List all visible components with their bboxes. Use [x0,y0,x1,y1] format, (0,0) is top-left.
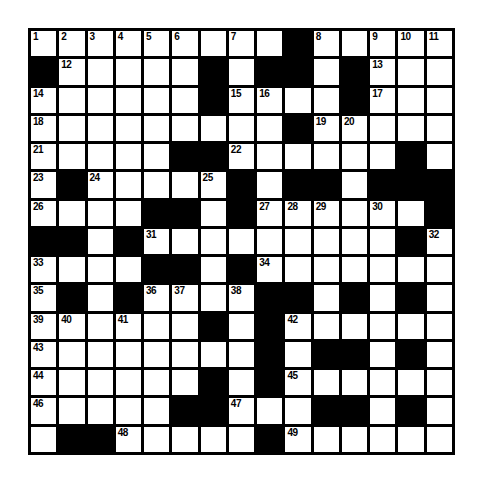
cell-r5c12[interactable] [342,144,367,169]
cell-r13c3[interactable] [88,370,113,395]
clue-number-20: 20 [344,117,354,127]
cell-r5c9[interactable] [257,144,282,169]
cell-r3c11[interactable] [314,88,339,113]
cell-r2c3[interactable] [88,59,113,84]
cell-r8c10[interactable] [285,229,310,254]
cell-r15c6[interactable] [172,427,197,452]
clue-number-26: 26 [33,202,43,212]
black-cell-r4c10 [285,116,310,141]
cell-r6c7[interactable]: 25 [201,172,226,197]
black-cell-r15c9 [257,427,282,452]
cell-r7c10[interactable]: 28 [285,201,310,226]
clue-number-27: 27 [259,202,269,212]
clue-number-32: 32 [429,230,439,240]
clue-number-2: 2 [61,32,66,42]
cell-r8c8[interactable] [229,229,254,254]
cell-r8c13[interactable] [370,229,395,254]
black-cell-r7c6 [172,201,197,226]
black-cell-r2c7 [201,59,226,84]
clue-number-33: 33 [33,258,43,268]
black-cell-r13c7 [201,370,226,395]
cell-r12c1[interactable]: 43 [31,342,56,367]
clue-number-19: 19 [316,117,326,127]
cell-r7c4[interactable] [116,201,141,226]
black-cell-r10c10 [285,285,310,310]
cell-r12c6[interactable] [172,342,197,367]
cell-r9c10[interactable] [285,257,310,282]
black-cell-r2c10 [285,59,310,84]
clue-number-7: 7 [231,32,236,42]
cell-r5c1[interactable]: 21 [31,144,56,169]
black-cell-r8c14 [398,229,423,254]
black-cell-r5c6 [172,144,197,169]
cell-r15c5[interactable] [144,427,169,452]
clue-number-6: 6 [174,32,179,42]
cell-r1c1[interactable]: 1 [31,31,56,56]
cell-r3c2[interactable] [59,88,84,113]
clue-number-38: 38 [231,286,241,296]
black-cell-r6c13 [370,172,395,197]
cell-r14c4[interactable] [116,398,141,423]
cell-r8c7[interactable] [201,229,226,254]
cell-r11c8[interactable] [229,314,254,339]
cell-r9c4[interactable] [116,257,141,282]
cell-r9c1[interactable]: 33 [31,257,56,282]
cell-r15c14[interactable] [398,427,423,452]
cell-r15c4[interactable]: 48 [116,427,141,452]
cell-r3c1[interactable]: 14 [31,88,56,113]
cell-r5c3[interactable] [88,144,113,169]
black-cell-r3c7 [201,88,226,113]
cell-r8c15[interactable]: 32 [427,229,452,254]
clue-number-24: 24 [90,173,100,183]
black-cell-r10c12 [342,285,367,310]
cell-r1c13[interactable]: 9 [370,31,395,56]
cell-r13c6[interactable] [172,370,197,395]
black-cell-r6c14 [398,172,423,197]
cell-r14c15[interactable] [427,398,452,423]
cell-r3c8[interactable]: 15 [229,88,254,113]
black-cell-r11c9 [257,314,282,339]
cell-r1c6[interactable]: 6 [172,31,197,56]
clue-number-41: 41 [118,315,128,325]
clue-number-15: 15 [231,89,241,99]
cell-r9c15[interactable] [427,257,452,282]
clue-number-12: 12 [61,60,71,70]
clue-number-16: 16 [259,89,269,99]
cell-r8c9[interactable] [257,229,282,254]
black-cell-r6c8 [229,172,254,197]
cell-r1c11[interactable]: 8 [314,31,339,56]
black-cell-r1c10 [285,31,310,56]
cell-r6c9[interactable] [257,172,282,197]
cell-r4c5[interactable] [144,116,169,141]
black-cell-r8c1 [31,229,56,254]
cell-r7c1[interactable]: 26 [31,201,56,226]
cell-r11c10[interactable]: 42 [285,314,310,339]
black-cell-r14c7 [201,398,226,423]
cell-r11c2[interactable]: 40 [59,314,84,339]
cell-r11c13[interactable] [370,314,395,339]
cell-r13c5[interactable] [144,370,169,395]
cell-r11c6[interactable] [172,314,197,339]
cell-r1c4[interactable]: 4 [116,31,141,56]
cell-r2c6[interactable] [172,59,197,84]
clue-number-5: 5 [146,32,151,42]
black-cell-r2c1 [31,59,56,84]
clue-number-45: 45 [287,371,297,381]
cell-r10c3[interactable] [88,285,113,310]
black-cell-r8c2 [59,229,84,254]
cell-r1c14[interactable]: 10 [398,31,423,56]
cell-r13c4[interactable] [116,370,141,395]
cell-r4c3[interactable] [88,116,113,141]
cell-r4c2[interactable] [59,116,84,141]
cell-r3c13[interactable]: 17 [370,88,395,113]
cell-r6c12[interactable] [342,172,367,197]
clue-number-49: 49 [287,428,297,438]
cell-r2c15[interactable] [427,59,452,84]
black-cell-r10c2 [59,285,84,310]
cell-r14c3[interactable] [88,398,113,423]
clue-number-39: 39 [33,315,43,325]
cell-r10c5[interactable]: 36 [144,285,169,310]
clue-number-22: 22 [231,145,241,155]
cell-r3c6[interactable] [172,88,197,113]
cell-r12c10[interactable] [285,342,310,367]
cell-r11c3[interactable] [88,314,113,339]
cell-r3c3[interactable] [88,88,113,113]
cell-r12c13[interactable] [370,342,395,367]
black-cell-r11c7 [201,314,226,339]
clue-number-35: 35 [33,286,43,296]
black-cell-r7c5 [144,201,169,226]
cell-r12c8[interactable] [229,342,254,367]
cell-r3c4[interactable] [116,88,141,113]
cell-r4c15[interactable] [427,116,452,141]
crossword-board: 1234567891011121314151617181920212223242… [28,28,455,455]
cell-r12c7[interactable] [201,342,226,367]
clue-number-48: 48 [118,428,128,438]
cell-r13c15[interactable] [427,370,452,395]
black-cell-r2c12 [342,59,367,84]
cell-r10c11[interactable] [314,285,339,310]
black-cell-r6c11 [314,172,339,197]
black-cell-r7c8 [229,201,254,226]
cell-r1c15[interactable]: 11 [427,31,452,56]
black-cell-r6c2 [59,172,84,197]
cell-r15c7[interactable] [201,427,226,452]
cell-r2c8[interactable] [229,59,254,84]
cell-r4c8[interactable] [229,116,254,141]
cell-r2c4[interactable] [116,59,141,84]
cell-r6c1[interactable]: 23 [31,172,56,197]
black-cell-r14c14 [398,398,423,423]
clue-number-46: 46 [33,399,43,409]
black-cell-r10c9 [257,285,282,310]
cell-r15c13[interactable] [370,427,395,452]
cell-r4c14[interactable] [398,116,423,141]
cell-r15c11[interactable] [314,427,339,452]
cell-r12c15[interactable] [427,342,452,367]
cell-r5c11[interactable] [314,144,339,169]
cell-r8c11[interactable] [314,229,339,254]
cell-r4c12[interactable]: 20 [342,116,367,141]
cell-r13c2[interactable] [59,370,84,395]
cell-r12c5[interactable] [144,342,169,367]
cell-r11c11[interactable] [314,314,339,339]
cell-r15c12[interactable] [342,427,367,452]
cell-r13c12[interactable] [342,370,367,395]
black-cell-r12c12 [342,342,367,367]
cell-r11c5[interactable] [144,314,169,339]
black-cell-r9c5 [144,257,169,282]
cell-r13c14[interactable] [398,370,423,395]
black-cell-r10c14 [398,285,423,310]
cell-r8c6[interactable] [172,229,197,254]
cell-r12c2[interactable] [59,342,84,367]
clue-number-30: 30 [372,202,382,212]
cell-r14c8[interactable]: 47 [229,398,254,423]
cell-r1c7[interactable] [201,31,226,56]
cell-r1c3[interactable]: 3 [88,31,113,56]
cell-r14c1[interactable]: 46 [31,398,56,423]
clue-number-47: 47 [231,399,241,409]
cell-r10c13[interactable] [370,285,395,310]
clue-number-36: 36 [146,286,156,296]
cell-r7c14[interactable] [398,201,423,226]
cell-r5c5[interactable] [144,144,169,169]
clue-number-23: 23 [33,173,43,183]
cell-r7c7[interactable] [201,201,226,226]
black-cell-r3c12 [342,88,367,113]
black-cell-r5c7 [201,144,226,169]
cell-r2c14[interactable] [398,59,423,84]
cell-r12c3[interactable] [88,342,113,367]
cell-r3c15[interactable] [427,88,452,113]
cell-r2c2[interactable]: 12 [59,59,84,84]
cell-r9c9[interactable]: 34 [257,257,282,282]
black-cell-r14c12 [342,398,367,423]
clue-number-10: 10 [400,32,410,42]
black-cell-r15c2 [59,427,84,452]
cell-r3c5[interactable] [144,88,169,113]
clue-number-4: 4 [118,32,123,42]
black-cell-r8c4 [116,229,141,254]
cell-r5c4[interactable] [116,144,141,169]
cell-r7c13[interactable]: 30 [370,201,395,226]
cell-r5c13[interactable] [370,144,395,169]
cell-r13c8[interactable] [229,370,254,395]
cell-r14c2[interactable] [59,398,84,423]
cell-r14c10[interactable] [285,398,310,423]
black-cell-r6c10 [285,172,310,197]
cell-r6c6[interactable] [172,172,197,197]
cell-r11c1[interactable]: 39 [31,314,56,339]
clue-number-21: 21 [33,145,43,155]
cell-r1c8[interactable]: 7 [229,31,254,56]
cell-r15c1[interactable] [31,427,56,452]
cell-r4c1[interactable]: 18 [31,116,56,141]
cell-r4c11[interactable]: 19 [314,116,339,141]
black-cell-r9c8 [229,257,254,282]
cell-r10c7[interactable] [201,285,226,310]
cell-r2c5[interactable] [144,59,169,84]
clue-number-42: 42 [287,315,297,325]
cell-r11c14[interactable] [398,314,423,339]
clue-number-28: 28 [287,202,297,212]
cell-r7c2[interactable] [59,201,84,226]
cell-r9c12[interactable] [342,257,367,282]
clue-number-29: 29 [316,202,326,212]
cell-r2c13[interactable]: 13 [370,59,395,84]
black-cell-r12c11 [314,342,339,367]
black-cell-r14c6 [172,398,197,423]
cell-r4c6[interactable] [172,116,197,141]
cell-r6c5[interactable] [144,172,169,197]
cell-r15c15[interactable] [427,427,452,452]
clue-number-1: 1 [33,32,38,42]
clue-number-37: 37 [174,286,184,296]
cell-r7c9[interactable]: 27 [257,201,282,226]
clue-number-9: 9 [372,32,377,42]
cell-r15c10[interactable]: 49 [285,427,310,452]
cell-r5c15[interactable] [427,144,452,169]
cell-r11c15[interactable] [427,314,452,339]
cell-r9c13[interactable] [370,257,395,282]
cell-r14c13[interactable] [370,398,395,423]
cell-r13c11[interactable] [314,370,339,395]
clue-number-31: 31 [146,230,156,240]
black-cell-r10c4 [116,285,141,310]
cell-r3c14[interactable] [398,88,423,113]
clue-number-17: 17 [372,89,382,99]
black-cell-r6c15 [427,172,452,197]
cell-r4c9[interactable] [257,116,282,141]
cell-r10c6[interactable]: 37 [172,285,197,310]
cell-r13c1[interactable]: 44 [31,370,56,395]
clue-number-3: 3 [90,32,95,42]
cell-r7c11[interactable]: 29 [314,201,339,226]
cell-r9c2[interactable] [59,257,84,282]
clue-number-25: 25 [203,173,213,183]
cell-r3c10[interactable] [285,88,310,113]
black-cell-r13c9 [257,370,282,395]
cell-r7c12[interactable] [342,201,367,226]
clue-number-14: 14 [33,89,43,99]
cell-r6c4[interactable] [116,172,141,197]
clue-number-43: 43 [33,343,43,353]
cell-r11c12[interactable] [342,314,367,339]
cell-r5c2[interactable] [59,144,84,169]
cell-r4c7[interactable] [201,116,226,141]
cell-r10c8[interactable]: 38 [229,285,254,310]
clue-number-40: 40 [61,315,71,325]
cell-r1c12[interactable] [342,31,367,56]
clue-number-13: 13 [372,60,382,70]
cell-r13c10[interactable]: 45 [285,370,310,395]
cell-r1c5[interactable]: 5 [144,31,169,56]
cell-r8c3[interactable] [88,229,113,254]
cell-r3c9[interactable]: 16 [257,88,282,113]
black-cell-r12c9 [257,342,282,367]
cell-r10c1[interactable]: 35 [31,285,56,310]
cell-r6c3[interactable]: 24 [88,172,113,197]
cell-r4c13[interactable] [370,116,395,141]
cell-r5c10[interactable] [285,144,310,169]
cell-r4c4[interactable] [116,116,141,141]
clue-number-34: 34 [259,258,269,268]
clue-number-44: 44 [33,371,43,381]
cell-r15c8[interactable] [229,427,254,452]
black-cell-r12c14 [398,342,423,367]
cell-r9c7[interactable] [201,257,226,282]
cell-r8c5[interactable]: 31 [144,229,169,254]
cell-r8c12[interactable] [342,229,367,254]
cell-r12c4[interactable] [116,342,141,367]
black-cell-r15c3 [88,427,113,452]
cell-r13c13[interactable] [370,370,395,395]
clue-number-8: 8 [316,32,321,42]
cell-r1c9[interactable] [257,31,282,56]
black-cell-r7c15 [427,201,452,226]
cell-r14c9[interactable] [257,398,282,423]
cell-r9c14[interactable] [398,257,423,282]
cell-r9c3[interactable] [88,257,113,282]
cell-r7c3[interactable] [88,201,113,226]
black-cell-r2c9 [257,59,282,84]
clue-number-11: 11 [429,32,439,42]
black-cell-r5c14 [398,144,423,169]
black-cell-r9c6 [172,257,197,282]
black-cell-r14c11 [314,398,339,423]
cell-r1c2[interactable]: 2 [59,31,84,56]
cell-r14c5[interactable] [144,398,169,423]
clue-number-18: 18 [33,117,43,127]
cell-r2c11[interactable] [314,59,339,84]
cell-r9c11[interactable] [314,257,339,282]
cell-r11c4[interactable]: 41 [116,314,141,339]
cell-r10c15[interactable] [427,285,452,310]
cell-r5c8[interactable]: 22 [229,144,254,169]
